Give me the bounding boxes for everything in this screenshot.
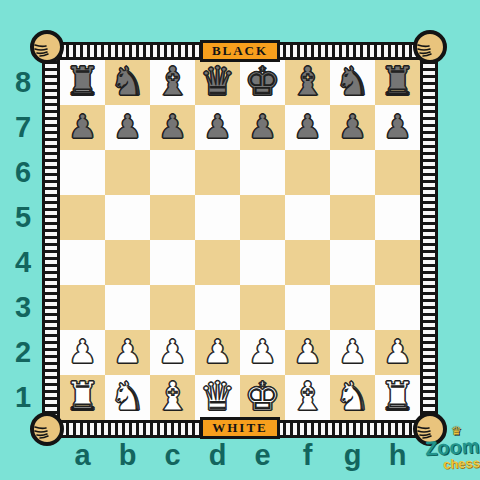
square-g3[interactable]	[330, 285, 375, 330]
chess-app: 8 7 6 5 4 3 2 1 ♜♞♝♛♚♝♞♜♟♟♟♟♟♟♟♟♟♟♟♟♟♟♟♟…	[0, 0, 480, 480]
zoom-chess-logo: ♛ Zoom chess	[424, 426, 480, 480]
piece-black-king[interactable]: ♚	[245, 61, 281, 101]
square-e7[interactable]: ♟	[240, 105, 285, 150]
square-e2[interactable]: ♟	[240, 330, 285, 375]
white-side-banner: WHITE	[200, 417, 280, 439]
corner-peg-top-right	[413, 30, 447, 64]
square-b5[interactable]	[105, 195, 150, 240]
square-d6[interactable]	[195, 150, 240, 195]
square-b4[interactable]	[105, 240, 150, 285]
square-h5[interactable]	[375, 195, 420, 240]
piece-black-pawn[interactable]: ♟	[203, 110, 233, 143]
rank-label-7: 7	[10, 105, 36, 150]
square-c6[interactable]	[150, 150, 195, 195]
piece-black-pawn[interactable]: ♟	[68, 110, 98, 143]
square-f8[interactable]: ♝	[285, 60, 330, 105]
square-a3[interactable]	[60, 285, 105, 330]
square-b8[interactable]: ♞	[105, 60, 150, 105]
square-d1[interactable]: ♛	[195, 375, 240, 420]
piece-black-pawn[interactable]: ♟	[113, 110, 143, 143]
logo-text-chess: chess	[443, 455, 480, 471]
square-g6[interactable]	[330, 150, 375, 195]
file-label-b: b	[105, 440, 150, 470]
piece-white-pawn[interactable]: ♟	[203, 335, 233, 368]
square-f1[interactable]: ♝	[285, 375, 330, 420]
piece-white-knight[interactable]: ♞	[110, 376, 146, 416]
square-g5[interactable]	[330, 195, 375, 240]
square-h2[interactable]: ♟	[375, 330, 420, 375]
square-e1[interactable]: ♚	[240, 375, 285, 420]
file-label-d: d	[195, 440, 240, 470]
corner-peg-top-left	[30, 30, 64, 64]
piece-white-pawn[interactable]: ♟	[383, 335, 413, 368]
rank-label-5: 5	[10, 195, 36, 240]
square-b3[interactable]	[105, 285, 150, 330]
piece-black-bishop[interactable]: ♝	[155, 61, 191, 101]
piece-white-rook[interactable]: ♜	[380, 376, 416, 416]
piece-white-knight[interactable]: ♞	[335, 376, 371, 416]
piece-black-pawn[interactable]: ♟	[248, 110, 278, 143]
square-h7[interactable]: ♟	[375, 105, 420, 150]
square-f3[interactable]	[285, 285, 330, 330]
peg-hatch-icon	[417, 34, 443, 60]
board-frame: ♜♞♝♛♚♝♞♜♟♟♟♟♟♟♟♟♟♟♟♟♟♟♟♟♜♞♝♛♚♝♞♜	[42, 42, 438, 438]
square-f2[interactable]: ♟	[285, 330, 330, 375]
file-labels: a b c d e f g h	[60, 440, 420, 470]
square-e3[interactable]	[240, 285, 285, 330]
rank-label-6: 6	[10, 150, 36, 195]
file-label-g: g	[330, 440, 375, 470]
board-grid: ♜♞♝♛♚♝♞♜♟♟♟♟♟♟♟♟♟♟♟♟♟♟♟♟♜♞♝♛♚♝♞♜	[57, 57, 423, 423]
rank-label-2: 2	[10, 330, 36, 375]
piece-black-pawn[interactable]: ♟	[338, 110, 368, 143]
file-label-f: f	[285, 440, 330, 470]
square-f4[interactable]	[285, 240, 330, 285]
square-f6[interactable]	[285, 150, 330, 195]
square-h1[interactable]: ♜	[375, 375, 420, 420]
piece-white-pawn[interactable]: ♟	[158, 335, 188, 368]
square-g7[interactable]: ♟	[330, 105, 375, 150]
square-c8[interactable]: ♝	[150, 60, 195, 105]
rank-label-1: 1	[10, 375, 36, 420]
square-f7[interactable]: ♟	[285, 105, 330, 150]
rank-labels: 8 7 6 5 4 3 2 1	[10, 60, 36, 420]
square-e6[interactable]	[240, 150, 285, 195]
border-stripes-left	[45, 45, 57, 435]
square-a7[interactable]: ♟	[60, 105, 105, 150]
file-label-c: c	[150, 440, 195, 470]
piece-black-pawn[interactable]: ♟	[293, 110, 323, 143]
square-g8[interactable]: ♞	[330, 60, 375, 105]
square-c3[interactable]	[150, 285, 195, 330]
rank-label-8: 8	[10, 60, 36, 105]
square-a1[interactable]: ♜	[60, 375, 105, 420]
square-f5[interactable]	[285, 195, 330, 240]
square-d2[interactable]: ♟	[195, 330, 240, 375]
square-g2[interactable]: ♟	[330, 330, 375, 375]
square-a4[interactable]	[60, 240, 105, 285]
square-a8[interactable]: ♜	[60, 60, 105, 105]
piece-white-pawn[interactable]: ♟	[338, 335, 368, 368]
piece-black-rook[interactable]: ♜	[65, 61, 101, 101]
piece-black-knight[interactable]: ♞	[335, 61, 371, 101]
square-d4[interactable]	[195, 240, 240, 285]
square-c4[interactable]	[150, 240, 195, 285]
square-h6[interactable]	[375, 150, 420, 195]
black-side-banner: BLACK	[200, 40, 280, 62]
rank-label-4: 4	[10, 240, 36, 285]
square-b7[interactable]: ♟	[105, 105, 150, 150]
piece-black-knight[interactable]: ♞	[110, 61, 146, 101]
piece-black-queen[interactable]: ♛	[200, 61, 236, 101]
square-b2[interactable]: ♟	[105, 330, 150, 375]
file-label-e: e	[240, 440, 285, 470]
file-label-a: a	[60, 440, 105, 470]
square-g4[interactable]	[330, 240, 375, 285]
corner-peg-bottom-left	[30, 412, 64, 446]
peg-hatch-icon	[34, 34, 60, 60]
rank-label-3: 3	[10, 285, 36, 330]
piece-white-pawn[interactable]: ♟	[68, 335, 98, 368]
piece-black-pawn[interactable]: ♟	[383, 110, 413, 143]
piece-white-rook[interactable]: ♜	[65, 376, 101, 416]
square-c5[interactable]	[150, 195, 195, 240]
square-d7[interactable]: ♟	[195, 105, 240, 150]
piece-white-pawn[interactable]: ♟	[248, 335, 278, 368]
square-a6[interactable]	[60, 150, 105, 195]
piece-white-king[interactable]: ♚	[245, 376, 281, 416]
square-e8[interactable]: ♚	[240, 60, 285, 105]
peg-hatch-icon	[34, 416, 60, 442]
square-c2[interactable]: ♟	[150, 330, 195, 375]
piece-white-pawn[interactable]: ♟	[113, 335, 143, 368]
piece-white-pawn[interactable]: ♟	[293, 335, 323, 368]
square-h3[interactable]	[375, 285, 420, 330]
piece-black-rook[interactable]: ♜	[380, 61, 416, 101]
square-a5[interactable]	[60, 195, 105, 240]
square-c7[interactable]: ♟	[150, 105, 195, 150]
piece-white-bishop[interactable]: ♝	[290, 376, 326, 416]
square-d8[interactable]: ♛	[195, 60, 240, 105]
square-e4[interactable]	[240, 240, 285, 285]
square-c1[interactable]: ♝	[150, 375, 195, 420]
file-label-h: h	[375, 440, 420, 470]
square-g1[interactable]: ♞	[330, 375, 375, 420]
piece-white-bishop[interactable]: ♝	[155, 376, 191, 416]
square-e5[interactable]	[240, 195, 285, 240]
square-h8[interactable]: ♜	[375, 60, 420, 105]
square-d5[interactable]	[195, 195, 240, 240]
square-b1[interactable]: ♞	[105, 375, 150, 420]
piece-black-bishop[interactable]: ♝	[290, 61, 326, 101]
square-h4[interactable]	[375, 240, 420, 285]
square-b6[interactable]	[105, 150, 150, 195]
piece-black-pawn[interactable]: ♟	[158, 110, 188, 143]
border-stripes-right	[423, 45, 435, 435]
square-a2[interactable]: ♟	[60, 330, 105, 375]
piece-white-queen[interactable]: ♛	[200, 376, 236, 416]
square-d3[interactable]	[195, 285, 240, 330]
